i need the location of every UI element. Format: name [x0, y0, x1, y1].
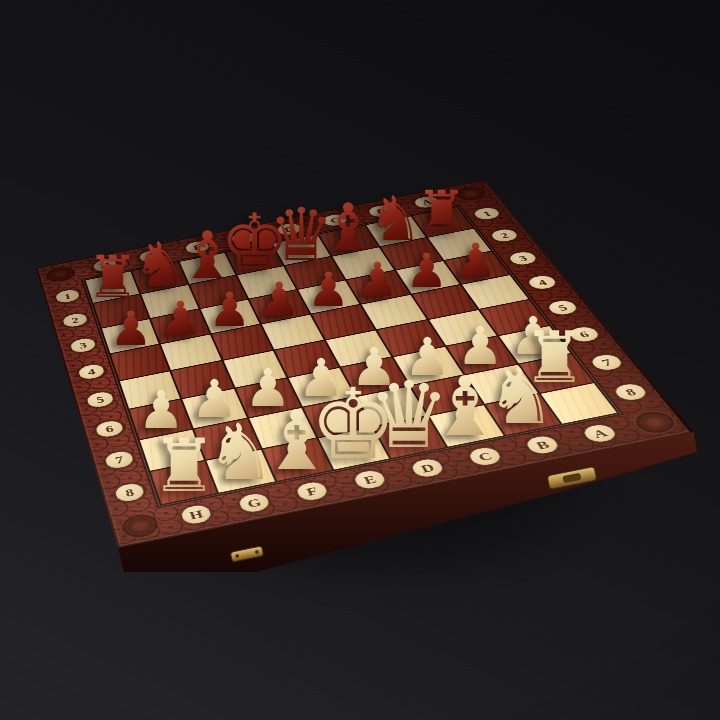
piece-black-pawn-e3[interactable]: ♟ — [255, 276, 302, 323]
piece-black-pawn-f3[interactable]: ♟ — [206, 286, 253, 333]
piece-white-rook-h8[interactable]: ♜ — [147, 429, 220, 502]
piece-black-rook-h1[interactable]: ♜ — [84, 248, 142, 306]
piece-black-pawn-c3[interactable]: ♟ — [354, 256, 401, 303]
piece-black-pawn-g3[interactable]: ♟ — [157, 295, 204, 342]
piece-black-pawn-b3[interactable]: ♟ — [403, 247, 450, 294]
piece-black-pawn-h3[interactable]: ♟ — [107, 305, 154, 352]
piece-black-pawn-a3[interactable]: ♟ — [452, 237, 499, 284]
piece-black-pawn-d3[interactable]: ♟ — [305, 266, 352, 313]
product-photo-stage: HHGGFFEEDDCCBBAA1122334455667788 ♜♞♝♛♚♝♞… — [0, 0, 720, 720]
